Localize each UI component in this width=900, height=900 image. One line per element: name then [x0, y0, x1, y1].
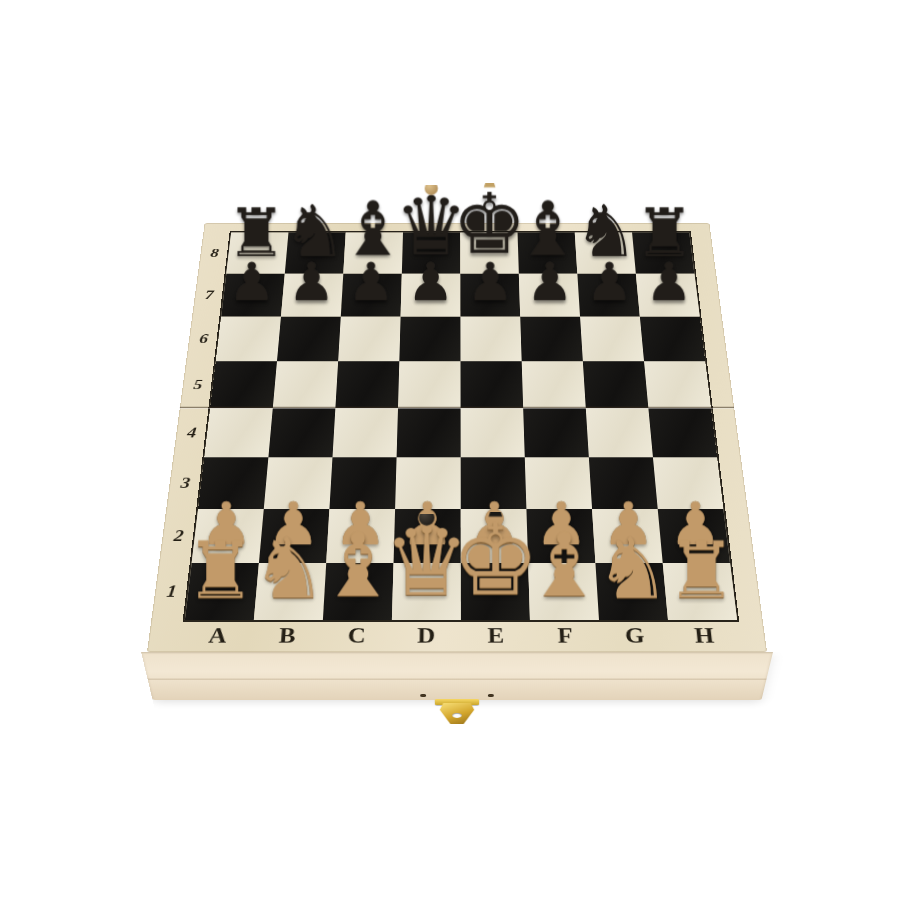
square-e7: ♟: [460, 274, 520, 317]
square-g6: [580, 316, 644, 361]
screw-icon: [420, 694, 426, 697]
square-e1: ♚: [461, 563, 530, 620]
piece-glyph: ♟: [467, 256, 514, 309]
black-pawn: ♟: [288, 256, 335, 309]
square-b4: [268, 408, 335, 457]
square-b6: [277, 316, 341, 361]
white-knight: ♞: [251, 525, 327, 609]
square-b5: [273, 361, 338, 408]
play-area: ♜♞♝♛♚♝♞♜♟♟♟♟♟♟♟♟♟♟♟♟♟♟♟♟♜♞♝♛♚♝♞♜: [185, 233, 737, 620]
square-g7: ♟: [577, 274, 639, 317]
board-top-surface: 87654321 ♜♞♝♛♚♝♞♜♟♟♟♟♟♟♟♟♟♟♟♟♟♟♟♟♜♞♝♛♚♝♞…: [147, 223, 767, 652]
square-d4: [397, 408, 461, 457]
white-bishop: ♝: [524, 522, 603, 610]
square-d7: ♟: [401, 274, 461, 317]
perspective-wrapper: 87654321 ♜♞♝♛♚♝♞♜♟♟♟♟♟♟♟♟♟♟♟♟♟♟♟♟♜♞♝♛♚♝♞…: [147, 38, 767, 652]
black-pawn: ♟: [526, 256, 573, 309]
square-f1: ♝: [528, 563, 599, 620]
square-h4: [648, 408, 717, 457]
square-b1: ♞: [254, 563, 326, 620]
square-h5: [644, 361, 711, 408]
piece-glyph: ♟: [228, 256, 275, 309]
board-grid: ♜♞♝♛♚♝♞♜♟♟♟♟♟♟♟♟♟♟♟♟♟♟♟♟♜♞♝♛♚♝♞♜: [185, 233, 737, 620]
black-pawn: ♟: [407, 256, 454, 309]
piece-glyph: ♟: [526, 256, 573, 309]
finial-ball-icon: [419, 510, 435, 526]
box-front-face: [141, 652, 773, 700]
white-rook: ♜: [185, 531, 255, 610]
square-b7: ♟: [281, 274, 343, 317]
square-c4: [332, 408, 397, 457]
file-label-a: A: [181, 620, 254, 652]
black-pawn: ♟: [347, 256, 394, 309]
file-label-h: H: [668, 620, 741, 652]
black-pawn: ♟: [467, 256, 514, 309]
black-pawn: ♟: [645, 256, 692, 309]
file-label-d: D: [391, 620, 461, 652]
file-label-c: C: [321, 620, 392, 652]
square-f6: [520, 316, 583, 361]
square-h1: ♜: [663, 563, 737, 620]
square-f5: [522, 361, 586, 408]
piece-glyph: ♟: [347, 256, 394, 309]
square-f7: ♟: [519, 274, 580, 317]
white-knight: ♞: [595, 525, 671, 609]
finial-ball-icon: [425, 182, 438, 195]
file-labels: ABCDEFGH: [181, 620, 741, 652]
square-e6: [460, 316, 521, 361]
square-g4: [586, 408, 653, 457]
piece-glyph: ♝: [524, 522, 603, 610]
square-h6: [640, 316, 705, 361]
piece-glyph: ♞: [595, 525, 671, 609]
piece-glyph: ♟: [407, 256, 454, 309]
square-a7: ♟: [221, 274, 285, 317]
square-d5: [398, 361, 461, 408]
square-a4: [204, 408, 272, 457]
chess-set-photo: 87654321 ♜♞♝♛♚♝♞♜♟♟♟♟♟♟♟♟♟♟♟♟♟♟♟♟♜♞♝♛♚♝♞…: [0, 0, 900, 900]
file-label-f: F: [530, 620, 601, 652]
square-h7: ♟: [636, 274, 700, 317]
piece-glyph: ♜: [666, 531, 736, 610]
clasp-eyelet: [452, 713, 462, 718]
file-label-b: B: [251, 620, 323, 652]
finial-spike-icon: [488, 496, 502, 517]
square-c5: [335, 361, 399, 408]
file-label-g: G: [599, 620, 671, 652]
black-pawn: ♟: [228, 256, 275, 309]
file-label-e: E: [461, 620, 531, 652]
square-e4: [461, 408, 525, 457]
square-g1: ♞: [595, 563, 668, 620]
square-a5: [210, 361, 277, 408]
piece-glyph: ♟: [645, 256, 692, 309]
finial-spike-icon: [484, 170, 496, 187]
square-a6: [216, 316, 281, 361]
brass-clasp: [434, 699, 480, 730]
square-d6: [399, 316, 460, 361]
square-e5: [460, 361, 523, 408]
piece-glyph: ♜: [185, 531, 255, 610]
wooden-box: 87654321 ♜♞♝♛♚♝♞♜♟♟♟♟♟♟♟♟♟♟♟♟♟♟♟♟♜♞♝♛♚♝♞…: [147, 223, 767, 652]
piece-glyph: ♟: [586, 256, 633, 309]
white-rook: ♜: [666, 531, 736, 610]
square-g5: [583, 361, 649, 408]
square-c6: [338, 316, 400, 361]
square-f4: [523, 408, 589, 457]
screw-icon: [488, 694, 494, 697]
square-a1: ♜: [185, 563, 259, 620]
lid-seam: [147, 678, 766, 679]
black-pawn: ♟: [586, 256, 633, 309]
piece-glyph: ♞: [251, 525, 327, 609]
piece-glyph: ♟: [288, 256, 335, 309]
square-c7: ♟: [341, 274, 402, 317]
